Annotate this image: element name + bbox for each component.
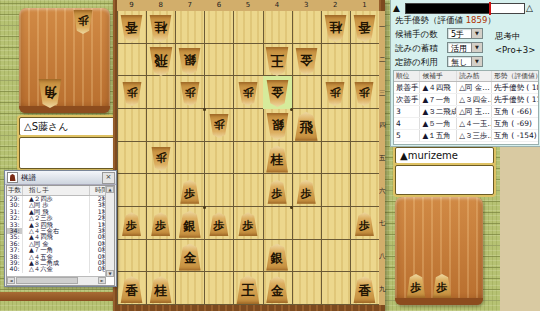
piece-kanji: 歩 bbox=[126, 87, 137, 98]
square-96[interactable] bbox=[117, 174, 146, 207]
square-61[interactable] bbox=[204, 11, 233, 44]
file-label-8: 8 bbox=[146, 0, 175, 11]
square-35[interactable] bbox=[292, 142, 321, 175]
kifu-horizontal-scrollbar[interactable]: ◄ ► bbox=[7, 276, 106, 285]
file-label-4: 4 bbox=[263, 0, 292, 11]
square-22[interactable] bbox=[321, 44, 350, 77]
sente-mark-icon: ▲ bbox=[393, 3, 400, 13]
piece-kanji: 歩 bbox=[242, 87, 253, 98]
piece-kanji: 飛 bbox=[154, 53, 168, 67]
square-16[interactable] bbox=[350, 174, 379, 207]
scroll-up-icon[interactable]: ▲ bbox=[106, 186, 114, 193]
gote-mark-icon: △ bbox=[526, 3, 533, 13]
piece-kanji: 金 bbox=[184, 252, 197, 265]
rank-label-6: 六 bbox=[379, 187, 385, 196]
piece-kanji: 歩 bbox=[359, 87, 370, 98]
rank-label-7: 七 bbox=[379, 219, 385, 228]
piece-kanji: 歩 bbox=[126, 220, 137, 231]
square-33[interactable] bbox=[292, 76, 321, 109]
piece-kanji: 歩 bbox=[155, 152, 166, 163]
pv-cell: △同 玉… bbox=[457, 106, 492, 117]
candidate-row-3[interactable]: 3▲３二飛成△同 玉…互角 ( -66) bbox=[394, 106, 538, 118]
control-label-1: 読みの蓄積 bbox=[395, 43, 438, 55]
square-14[interactable] bbox=[350, 109, 379, 142]
square-66[interactable] bbox=[204, 174, 233, 207]
file-coordinates: 987654321 bbox=[117, 0, 379, 11]
board-grid: 香桂桂香飛銀王金歩歩歩金歩歩歩銀飛歩桂歩歩歩歩歩銀歩歩歩金銀香桂王金香 bbox=[117, 11, 379, 305]
status-thinking: 思考中 bbox=[495, 31, 521, 43]
rank-label-3: 三 bbox=[379, 89, 385, 98]
piece-kanji: 歩 bbox=[213, 119, 224, 130]
pv-cell: △同 金… bbox=[457, 82, 492, 93]
piece-kanji: 王 bbox=[241, 284, 255, 298]
analysis-panel: ▲ △ 先手優勢（評価値 1859） 候補手の数5手▼読みの蓄積活用▼定跡の利用… bbox=[390, 0, 540, 147]
square-62[interactable] bbox=[204, 44, 233, 77]
square-47[interactable] bbox=[263, 207, 292, 240]
square-69[interactable] bbox=[204, 272, 233, 305]
board-star-point bbox=[203, 206, 206, 209]
square-98[interactable] bbox=[117, 240, 146, 273]
scroll-right-icon[interactable]: ► bbox=[98, 277, 106, 284]
kifu-move-list: 手数 指し手 時間 29:▲２四歩2秒30:△同 歩3秒31:▲同 飛1秒32:… bbox=[6, 185, 115, 286]
piece-kanji: 香 bbox=[125, 21, 138, 34]
dropdown-2[interactable]: 無し▼ bbox=[447, 56, 483, 67]
piece-kanji: 香 bbox=[358, 21, 371, 34]
candidate-move-cell: ▲３二飛成 bbox=[420, 106, 457, 117]
sente-info-box bbox=[395, 165, 494, 195]
square-94[interactable] bbox=[117, 109, 146, 142]
dropdown-1[interactable]: 活用▼ bbox=[447, 42, 483, 53]
close-icon[interactable]: × bbox=[102, 172, 115, 184]
file-label-3: 3 bbox=[292, 0, 321, 11]
candidate-moves-table: 順位候補手読み筋形勢（評価値）最善手▲４四飛△同 金…先手優勢 ( 1859)次… bbox=[393, 70, 539, 145]
eval-suffix: ） bbox=[487, 15, 496, 25]
evaluation-text: 先手優勢（評価値 1859） bbox=[395, 15, 496, 27]
candidate-row-2[interactable]: 次善手▲７一角△３四金…先手優勢 ( 1196) bbox=[394, 94, 538, 106]
scroll-left-icon[interactable]: ◄ bbox=[7, 277, 15, 284]
piece-kanji: 銀 bbox=[184, 53, 197, 66]
eval-cell: 互角 ( -154) bbox=[492, 130, 538, 141]
gote-name-plate: △S藤さん bbox=[19, 117, 120, 136]
square-37[interactable] bbox=[292, 207, 321, 240]
square-65[interactable] bbox=[204, 142, 233, 175]
piece-kanji: 歩 bbox=[184, 87, 195, 98]
piece-kanji: 歩 bbox=[330, 87, 341, 98]
square-18[interactable] bbox=[350, 240, 379, 273]
evaluation-bar-row: ▲ △ bbox=[393, 2, 538, 14]
kifu-header-move: 指し手 bbox=[23, 186, 90, 195]
eval-value: 1859 bbox=[466, 15, 488, 25]
kifu-header-row: 手数 指し手 時間 bbox=[7, 186, 114, 196]
rank-coordinates: 一二三四五六七八九 bbox=[379, 11, 385, 305]
square-39[interactable] bbox=[292, 272, 321, 305]
piece-kanji: 歩 bbox=[301, 188, 312, 199]
piece-kanji: 金 bbox=[271, 285, 284, 298]
komadai-base bbox=[19, 106, 110, 113]
candidate-move-cell: ▲１五角 bbox=[420, 130, 457, 141]
move-number: 40: bbox=[7, 266, 23, 272]
square-68[interactable] bbox=[204, 240, 233, 273]
candidate-header-4: 形勢（評価値） bbox=[492, 71, 538, 81]
square-31[interactable] bbox=[292, 11, 321, 44]
square-84[interactable] bbox=[146, 109, 175, 142]
square-92[interactable] bbox=[117, 44, 146, 77]
piece-kanji: 歩 bbox=[184, 188, 195, 199]
eval-cell: 互角 ( -66) bbox=[492, 106, 538, 117]
square-54[interactable] bbox=[233, 109, 262, 142]
piece-kanji: 金 bbox=[300, 53, 313, 66]
sente-piece-歩[interactable]: 歩 bbox=[432, 274, 452, 298]
kifu-title-bar[interactable]: 棋譜 × bbox=[5, 171, 116, 185]
candidate-table-header: 順位候補手読み筋形勢（評価値） bbox=[394, 71, 538, 82]
piece-kanji: 歩 bbox=[78, 15, 89, 26]
piece-kanji: 銀 bbox=[184, 220, 197, 233]
square-74[interactable] bbox=[175, 109, 204, 142]
square-95[interactable] bbox=[117, 142, 146, 175]
piece-kanji: 銀 bbox=[271, 119, 284, 132]
square-52[interactable] bbox=[233, 44, 262, 77]
file-label-9: 9 bbox=[117, 0, 146, 11]
file-label-6: 6 bbox=[204, 0, 233, 11]
floor-edge bbox=[0, 292, 113, 301]
square-79[interactable] bbox=[175, 272, 204, 305]
square-71[interactable] bbox=[175, 11, 204, 44]
rank-cell: 最善手 bbox=[394, 82, 420, 93]
candidate-move-cell: ▲４四飛 bbox=[420, 82, 457, 93]
square-56[interactable] bbox=[233, 174, 262, 207]
control-label-2: 定跡の利用 bbox=[395, 57, 438, 69]
shogi-board: 987654321 一二三四五六七八九 香桂桂香飛銀王金歩歩歩金歩歩歩銀飛歩桂歩… bbox=[113, 0, 385, 311]
chevron-down-icon[interactable]: ▼ bbox=[471, 57, 482, 66]
square-83[interactable] bbox=[146, 76, 175, 109]
kifu-window-title: 棋譜 bbox=[21, 173, 102, 183]
square-86[interactable] bbox=[146, 174, 175, 207]
gote-info-box bbox=[19, 137, 120, 169]
status-engine-level: <Pro+3> bbox=[495, 45, 535, 55]
board-star-point bbox=[290, 206, 293, 209]
piece-kanji: 金 bbox=[271, 86, 284, 99]
chevron-down-icon[interactable]: ▼ bbox=[471, 29, 482, 38]
square-58[interactable] bbox=[233, 240, 262, 273]
board-star-point bbox=[290, 108, 293, 111]
rank-cell: 次善手 bbox=[394, 94, 420, 105]
rank-label-1: 一 bbox=[379, 23, 385, 32]
square-26[interactable] bbox=[321, 174, 350, 207]
gote-piece-歩[interactable]: 歩 bbox=[73, 10, 93, 34]
candidate-move-cell: ▲５一角 bbox=[420, 118, 457, 129]
kifu-rows: 29:▲２四歩2秒30:△同 歩3秒31:▲同 飛1秒32:△２三歩2秒33:▲… bbox=[7, 196, 114, 273]
chevron-down-icon[interactable]: ▼ bbox=[471, 43, 482, 52]
square-24[interactable] bbox=[321, 109, 350, 142]
kifu-row-40[interactable]: 40:△４六金0秒 bbox=[7, 266, 114, 272]
file-label-5: 5 bbox=[233, 0, 262, 11]
square-29[interactable] bbox=[321, 272, 350, 305]
kifu-window: 棋譜 × 手数 指し手 時間 29:▲２四歩2秒30:△同 歩3秒31:▲同 飛… bbox=[4, 170, 117, 287]
square-63[interactable] bbox=[204, 76, 233, 109]
piece-kanji: 桂 bbox=[329, 21, 342, 34]
sente-name-plate: ▲murizeme bbox=[395, 147, 494, 164]
sente-name: ▲murizeme bbox=[400, 150, 458, 161]
eval-cell: 互角 ( -69) bbox=[492, 118, 538, 129]
rank-label-9: 九 bbox=[379, 285, 385, 294]
piece-kanji: 香 bbox=[358, 285, 371, 298]
piece-kanji: 銀 bbox=[271, 252, 284, 265]
rank-label-4: 四 bbox=[379, 121, 385, 130]
rank-cell: 5 bbox=[394, 130, 420, 141]
kifu-header-no: 手数 bbox=[7, 186, 23, 195]
file-label-2: 2 bbox=[321, 0, 350, 11]
square-88[interactable] bbox=[146, 240, 175, 273]
gote-name: △S藤さん bbox=[24, 120, 69, 134]
scroll-down-icon[interactable]: ▼ bbox=[106, 270, 114, 277]
piece-kanji: 桂 bbox=[154, 285, 167, 298]
pv-cell: △３三歩… bbox=[457, 130, 492, 141]
square-51[interactable] bbox=[233, 11, 262, 44]
square-38[interactable] bbox=[292, 240, 321, 273]
move-text: △４六金 bbox=[23, 266, 90, 272]
evaluation-bar bbox=[405, 3, 525, 14]
candidate-row-1[interactable]: 最善手▲４四飛△同 金…先手優勢 ( 1859) bbox=[394, 82, 538, 94]
piece-kanji: 角 bbox=[43, 85, 57, 99]
rank-label-5: 五 bbox=[379, 154, 385, 163]
piece-kanji: 歩 bbox=[437, 282, 448, 293]
pv-cell: △３四金… bbox=[457, 94, 492, 105]
piece-kanji: 歩 bbox=[155, 220, 166, 231]
candidate-row-5[interactable]: 5▲１五角△３三歩…互角 ( -154) bbox=[394, 130, 538, 142]
file-label-7: 7 bbox=[175, 0, 204, 11]
shogi-app-screen: 歩角 △S藤さん 987654321 一二三四五六七八九 香桂桂香飛銀王金歩歩歩… bbox=[0, 0, 540, 311]
square-15[interactable] bbox=[350, 142, 379, 175]
candidate-move-cell: ▲７一角 bbox=[420, 94, 457, 105]
square-25[interactable] bbox=[321, 142, 350, 175]
square-75[interactable] bbox=[175, 142, 204, 175]
piece-kanji: 歩 bbox=[272, 188, 283, 199]
eval-cell: 先手優勢 ( 1196) bbox=[492, 94, 538, 105]
scrollbar-thumb[interactable] bbox=[16, 277, 78, 284]
evaluation-bar-fill bbox=[406, 4, 491, 13]
square-12[interactable] bbox=[350, 44, 379, 77]
eval-cell: 先手優勢 ( 1859) bbox=[492, 82, 538, 93]
piece-kanji: 桂 bbox=[271, 154, 284, 167]
square-28[interactable] bbox=[321, 240, 350, 273]
kifu-vertical-scrollbar[interactable]: ▲ ▼ bbox=[105, 186, 114, 277]
file-label-1: 1 bbox=[350, 0, 379, 11]
square-55[interactable] bbox=[233, 142, 262, 175]
piece-kanji: 歩 bbox=[359, 220, 370, 231]
piece-kanji: 王 bbox=[270, 53, 284, 67]
piece-kanji: 香 bbox=[125, 285, 138, 298]
piece-kanji: 歩 bbox=[411, 282, 422, 293]
square-27[interactable] bbox=[321, 207, 350, 240]
komadai-base bbox=[395, 298, 483, 305]
pv-cell: △４一玉… bbox=[457, 118, 492, 129]
rank-label-8: 八 bbox=[379, 252, 385, 261]
board-star-point bbox=[203, 108, 206, 111]
gote-piece-角[interactable]: 角 bbox=[38, 79, 62, 108]
control-label-0: 候補手の数 bbox=[395, 29, 438, 41]
piece-kanji: 飛 bbox=[299, 121, 313, 135]
dropdown-0[interactable]: 5手▼ bbox=[447, 28, 483, 39]
piece-kanji: 桂 bbox=[154, 21, 167, 34]
rank-label-2: 二 bbox=[379, 56, 385, 65]
candidate-header-1: 順位 bbox=[394, 71, 420, 81]
sente-piece-歩[interactable]: 歩 bbox=[406, 274, 426, 298]
piece-kanji: 歩 bbox=[242, 220, 253, 231]
gote-piece-stand: 歩角 bbox=[19, 8, 110, 113]
sente-piece-stand: 歩歩 bbox=[395, 197, 483, 305]
eval-prefix: 先手優勢（評価値 bbox=[395, 15, 466, 25]
candidate-header-2: 候補手 bbox=[420, 71, 457, 81]
rank-cell: 4 bbox=[394, 118, 420, 129]
square-41[interactable] bbox=[263, 11, 292, 44]
piece-kanji: 歩 bbox=[213, 220, 224, 231]
background-panel bbox=[500, 147, 540, 311]
kifu-window-icon bbox=[7, 172, 18, 183]
rank-cell: 3 bbox=[394, 106, 420, 117]
candidate-header-3: 読み筋 bbox=[457, 71, 492, 81]
evaluation-marker bbox=[489, 2, 491, 15]
candidate-row-4[interactable]: 4▲５一角△４一玉…互角 ( -69) bbox=[394, 118, 538, 130]
